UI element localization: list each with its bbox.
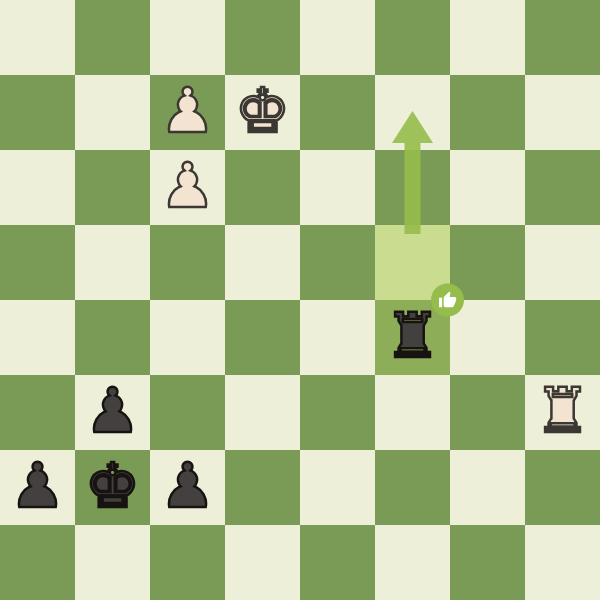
square-h1[interactable] xyxy=(525,525,600,600)
square-a5[interactable] xyxy=(0,225,75,300)
square-f3[interactable] xyxy=(375,375,450,450)
square-g5[interactable] xyxy=(450,225,525,300)
square-b4[interactable] xyxy=(75,300,150,375)
black-pawn-b3[interactable]: ♟ xyxy=(85,373,141,448)
square-c5[interactable] xyxy=(150,225,225,300)
white-pawn-c6[interactable]: ♟ xyxy=(160,148,216,223)
square-b3[interactable]: ♟ xyxy=(75,375,150,450)
square-h2[interactable] xyxy=(525,450,600,525)
square-g6[interactable] xyxy=(450,150,525,225)
square-e3[interactable] xyxy=(300,375,375,450)
square-b8[interactable] xyxy=(75,0,150,75)
square-h3[interactable]: ♜ xyxy=(525,375,600,450)
white-rook-h3[interactable]: ♜ xyxy=(535,373,591,448)
black-pawn-c2[interactable]: ♟ xyxy=(160,448,216,523)
chess-board-wrap: ♟♚♟♜♟♜♟♚♟ xyxy=(0,0,600,600)
square-c2[interactable]: ♟ xyxy=(150,450,225,525)
square-c3[interactable] xyxy=(150,375,225,450)
square-b6[interactable] xyxy=(75,150,150,225)
square-d6[interactable] xyxy=(225,150,300,225)
square-e2[interactable] xyxy=(300,450,375,525)
square-e1[interactable] xyxy=(300,525,375,600)
square-d1[interactable] xyxy=(225,525,300,600)
square-f6[interactable] xyxy=(375,150,450,225)
square-f8[interactable] xyxy=(375,0,450,75)
square-f2[interactable] xyxy=(375,450,450,525)
square-a7[interactable] xyxy=(0,75,75,150)
square-a6[interactable] xyxy=(0,150,75,225)
square-a2[interactable]: ♟ xyxy=(0,450,75,525)
square-b5[interactable] xyxy=(75,225,150,300)
square-c1[interactable] xyxy=(150,525,225,600)
square-d5[interactable] xyxy=(225,225,300,300)
square-e7[interactable] xyxy=(300,75,375,150)
chess-board[interactable]: ♟♚♟♜♟♜♟♚♟ xyxy=(0,0,600,600)
square-f5[interactable] xyxy=(375,225,450,300)
square-b1[interactable] xyxy=(75,525,150,600)
square-d2[interactable] xyxy=(225,450,300,525)
square-a4[interactable] xyxy=(0,300,75,375)
square-d8[interactable] xyxy=(225,0,300,75)
square-e6[interactable] xyxy=(300,150,375,225)
square-f1[interactable] xyxy=(375,525,450,600)
square-a1[interactable] xyxy=(0,525,75,600)
square-g4[interactable] xyxy=(450,300,525,375)
square-c4[interactable] xyxy=(150,300,225,375)
square-h7[interactable] xyxy=(525,75,600,150)
white-pawn-c7[interactable]: ♟ xyxy=(160,73,216,148)
square-a8[interactable] xyxy=(0,0,75,75)
black-king-b2[interactable]: ♚ xyxy=(85,448,141,523)
square-a3[interactable] xyxy=(0,375,75,450)
square-b7[interactable] xyxy=(75,75,150,150)
square-g8[interactable] xyxy=(450,0,525,75)
square-e5[interactable] xyxy=(300,225,375,300)
square-h5[interactable] xyxy=(525,225,600,300)
square-b2[interactable]: ♚ xyxy=(75,450,150,525)
square-g2[interactable] xyxy=(450,450,525,525)
white-king-d7[interactable]: ♚ xyxy=(235,73,291,148)
square-d7[interactable]: ♚ xyxy=(225,75,300,150)
square-h4[interactable] xyxy=(525,300,600,375)
square-f4[interactable]: ♜ xyxy=(375,300,450,375)
square-g3[interactable] xyxy=(450,375,525,450)
square-c7[interactable]: ♟ xyxy=(150,75,225,150)
square-h6[interactable] xyxy=(525,150,600,225)
square-e8[interactable] xyxy=(300,0,375,75)
square-h8[interactable] xyxy=(525,0,600,75)
black-pawn-a2[interactable]: ♟ xyxy=(10,448,66,523)
black-rook-f4[interactable]: ♜ xyxy=(385,298,441,373)
square-g1[interactable] xyxy=(450,525,525,600)
square-c8[interactable] xyxy=(150,0,225,75)
square-g7[interactable] xyxy=(450,75,525,150)
square-c6[interactable]: ♟ xyxy=(150,150,225,225)
square-d3[interactable] xyxy=(225,375,300,450)
square-f7[interactable] xyxy=(375,75,450,150)
square-d4[interactable] xyxy=(225,300,300,375)
square-e4[interactable] xyxy=(300,300,375,375)
